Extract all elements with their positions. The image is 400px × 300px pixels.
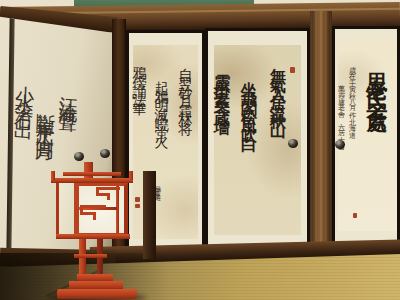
lantern-horn [51, 171, 55, 180]
calligraphy-column: 小水落石出 [15, 69, 36, 115]
lantern-crossbar [74, 254, 107, 258]
lantern-shade-side [56, 183, 76, 236]
lantern-post [79, 239, 86, 277]
calligraphy-column-large: 思老氏之玄處 [367, 55, 388, 103]
inscription-column: 萬壽廬老舎一六居士書 [337, 79, 344, 144]
calligraphy-column: 起鴉明滅曉蛍火 [155, 70, 169, 133]
fusuma-panel-2[interactable]: 自翌砂月霜林将 起鴉明滅曉蛍火 鴉傍誦法華 龜甲欽之選 一翁六十書 [126, 30, 205, 258]
calligraphy-column: 坐飛閣松風吹白 [241, 69, 257, 132]
red-seal [135, 204, 140, 208]
calligraphy-column: 自翌砂月霜林将 [179, 57, 193, 120]
calligraphy-column: 無氣入居流秋山 [270, 55, 286, 118]
door-pull[interactable] [100, 149, 110, 158]
red-seal [353, 213, 357, 218]
lantern-top-bar [63, 172, 121, 176]
calligraphy-column: 靈掛素琴蔵墻 [214, 61, 230, 115]
lantern-horn [129, 171, 133, 180]
door-pull[interactable] [288, 139, 298, 148]
lantern-back-post [143, 171, 156, 259]
fusuma-panel-4[interactable]: 思老氏之玄處 歳在壬寅秋八月作北海道 萬壽廬老舎一六居士書 [332, 26, 400, 248]
lantern-base-tier [57, 289, 137, 299]
calligraphy-column: 鴉傍誦法華 [133, 55, 147, 100]
lantern-post [97, 239, 103, 277]
door-pull[interactable] [335, 140, 345, 149]
zigzag-ornament [96, 187, 120, 190]
wood-pillar [310, 11, 332, 251]
room-photo: 江流有聲 斷岸千尺山高月 小水落石出 自翌砂月霜林将 起鴉明滅曉蛍火 鴉傍誦法華… [0, 0, 400, 300]
inscription-column: 歳在壬寅秋八月作北海道 [348, 61, 355, 133]
calligraphy-column: 江流有聲 [59, 81, 79, 102]
red-seal [290, 67, 295, 73]
zigzag-ornament [107, 193, 110, 200]
calligraphy-column: 斷岸千尺山高月 [36, 98, 56, 134]
red-seal [135, 197, 140, 202]
zigzag-ornament [93, 212, 96, 220]
door-pull[interactable] [74, 152, 84, 161]
lantern-bottom-bar [56, 234, 130, 239]
zigzag-ornament [80, 205, 106, 208]
